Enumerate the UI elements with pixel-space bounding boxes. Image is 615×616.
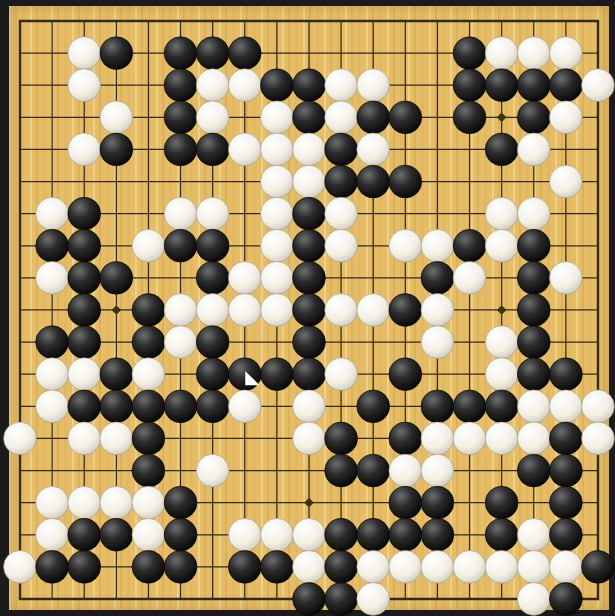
stone-white — [325, 101, 358, 134]
stone-black — [325, 550, 358, 583]
stone-black — [164, 101, 197, 134]
stone-white — [485, 358, 518, 391]
star-point — [497, 305, 507, 315]
stone-white — [36, 518, 69, 551]
stone-white — [485, 197, 518, 230]
stone-black — [164, 486, 197, 519]
stone-black — [389, 518, 422, 551]
stone-white — [260, 101, 293, 134]
stone-black — [260, 69, 293, 102]
stones — [4, 37, 615, 616]
stone-black — [389, 101, 422, 134]
stone-white — [4, 422, 37, 455]
stone-white — [100, 101, 133, 134]
star-point — [304, 498, 314, 508]
stone-black — [549, 422, 582, 455]
stone-white — [517, 390, 550, 423]
stone-white — [100, 486, 133, 519]
stone-black — [389, 486, 422, 519]
stone-black — [100, 518, 133, 551]
stone-white — [517, 422, 550, 455]
stone-black — [421, 518, 454, 551]
stone-black — [517, 261, 550, 294]
stone-black — [485, 133, 518, 166]
stone-white — [260, 294, 293, 327]
stone-black — [196, 358, 229, 391]
stone-black — [549, 518, 582, 551]
stone-black — [485, 390, 518, 423]
stone-black — [389, 422, 422, 455]
stone-black — [293, 326, 326, 359]
stone-white — [260, 165, 293, 198]
stone-black — [100, 37, 133, 70]
stone-white — [4, 550, 37, 583]
stone-white — [36, 390, 69, 423]
stone-black — [549, 358, 582, 391]
stone-black — [549, 69, 582, 102]
stone-black — [517, 454, 550, 487]
stone-black — [453, 69, 486, 102]
stone-black — [357, 518, 390, 551]
stone-black — [357, 165, 390, 198]
stone-black — [453, 390, 486, 423]
stone-white — [36, 261, 69, 294]
stone-white — [421, 454, 454, 487]
stone-black — [293, 583, 326, 616]
stone-black — [549, 486, 582, 519]
stone-black — [325, 518, 358, 551]
stone-white — [68, 37, 101, 70]
stone-black — [100, 261, 133, 294]
stone-black — [228, 550, 261, 583]
stone-black — [389, 358, 422, 391]
stone-black — [421, 486, 454, 519]
stone-white — [357, 133, 390, 166]
stone-black — [68, 261, 101, 294]
stone-white — [228, 390, 261, 423]
stone-white — [68, 486, 101, 519]
stone-white — [582, 390, 615, 423]
stone-black — [357, 454, 390, 487]
stone-white — [260, 518, 293, 551]
stone-white — [293, 518, 326, 551]
stone-black — [196, 37, 229, 70]
stone-white — [421, 422, 454, 455]
stone-black — [325, 422, 358, 455]
stone-black — [517, 294, 550, 327]
stone-white — [549, 37, 582, 70]
stone-black — [293, 358, 326, 391]
stone-white — [485, 550, 518, 583]
stone-white — [549, 261, 582, 294]
stone-white — [517, 37, 550, 70]
stone-black — [582, 550, 615, 583]
stone-white — [228, 294, 261, 327]
stone-white — [485, 37, 518, 70]
stone-white — [389, 454, 422, 487]
stone-white — [293, 390, 326, 423]
stone-white — [549, 390, 582, 423]
stone-black — [389, 165, 422, 198]
stone-black — [68, 326, 101, 359]
stone-black — [196, 133, 229, 166]
stone-black — [517, 358, 550, 391]
stone-white — [357, 69, 390, 102]
stone-black — [36, 326, 69, 359]
stone-white — [357, 583, 390, 616]
stone-white — [196, 197, 229, 230]
stone-black — [549, 583, 582, 616]
stone-black — [196, 390, 229, 423]
stone-white — [36, 486, 69, 519]
stone-black — [164, 518, 197, 551]
stone-black — [421, 261, 454, 294]
stone-black — [293, 69, 326, 102]
stone-black — [68, 294, 101, 327]
stone-white — [357, 550, 390, 583]
stone-white — [325, 229, 358, 262]
stone-white — [421, 229, 454, 262]
stone-white — [100, 422, 133, 455]
stone-white — [228, 69, 261, 102]
stone-white — [228, 261, 261, 294]
stone-black — [164, 550, 197, 583]
stone-black — [164, 390, 197, 423]
stone-white — [196, 454, 229, 487]
stone-white — [485, 422, 518, 455]
stone-black — [132, 326, 165, 359]
stone-black — [164, 133, 197, 166]
stone-black — [68, 390, 101, 423]
stone-white — [68, 422, 101, 455]
stone-black — [357, 390, 390, 423]
stone-black — [517, 69, 550, 102]
stone-white — [389, 229, 422, 262]
stone-white — [36, 197, 69, 230]
stone-white — [228, 133, 261, 166]
stone-white — [68, 69, 101, 102]
stone-black — [453, 229, 486, 262]
stone-white — [196, 101, 229, 134]
stone-white — [582, 422, 615, 455]
stone-black — [36, 550, 69, 583]
stone-black — [325, 133, 358, 166]
stone-white — [196, 69, 229, 102]
stone-white — [260, 229, 293, 262]
stone-white — [517, 133, 550, 166]
stone-white — [517, 583, 550, 616]
stone-white — [453, 261, 486, 294]
stone-white — [260, 197, 293, 230]
stone-black — [549, 454, 582, 487]
stone-white — [132, 518, 165, 551]
stone-black — [293, 101, 326, 134]
stone-black — [325, 165, 358, 198]
stone-black — [357, 101, 390, 134]
stone-black — [517, 326, 550, 359]
stone-black — [421, 390, 454, 423]
stone-black — [293, 229, 326, 262]
stone-black — [68, 550, 101, 583]
stone-black — [100, 390, 133, 423]
stone-black — [485, 518, 518, 551]
stone-black — [100, 133, 133, 166]
stone-black — [260, 550, 293, 583]
stone-black — [293, 197, 326, 230]
stone-white — [517, 518, 550, 551]
stone-white — [357, 294, 390, 327]
stone-black — [68, 518, 101, 551]
stone-black — [517, 101, 550, 134]
stone-white — [421, 326, 454, 359]
stone-white — [517, 550, 550, 583]
stone-black — [325, 583, 358, 616]
star-point — [497, 113, 507, 123]
stone-white — [164, 294, 197, 327]
stone-white — [325, 197, 358, 230]
stone-black — [196, 326, 229, 359]
go-app-window — [0, 0, 615, 616]
stone-black — [36, 229, 69, 262]
stone-black — [260, 358, 293, 391]
stone-black — [228, 358, 261, 391]
stone-white — [325, 358, 358, 391]
stone-white — [293, 550, 326, 583]
stone-white — [132, 486, 165, 519]
stone-white — [132, 229, 165, 262]
stone-black — [389, 294, 422, 327]
stone-white — [421, 294, 454, 327]
stone-white — [293, 422, 326, 455]
stone-black — [132, 390, 165, 423]
stone-white — [132, 358, 165, 391]
stone-white — [164, 197, 197, 230]
stone-white — [453, 422, 486, 455]
stone-black — [100, 358, 133, 391]
stone-black — [196, 229, 229, 262]
stone-black — [293, 294, 326, 327]
stone-white — [293, 133, 326, 166]
stone-black — [132, 454, 165, 487]
stone-white — [260, 133, 293, 166]
stone-white — [260, 261, 293, 294]
stone-black — [325, 454, 358, 487]
stone-black — [132, 422, 165, 455]
stone-black — [485, 486, 518, 519]
stone-white — [389, 550, 422, 583]
stone-black — [132, 550, 165, 583]
stone-white — [485, 326, 518, 359]
stone-white — [582, 69, 615, 102]
stone-white — [325, 294, 358, 327]
stone-white — [549, 550, 582, 583]
stone-white — [164, 326, 197, 359]
stone-black — [164, 229, 197, 262]
stone-white — [325, 69, 358, 102]
stone-white — [549, 101, 582, 134]
stone-black — [293, 261, 326, 294]
stone-white — [421, 550, 454, 583]
stone-black — [517, 229, 550, 262]
stone-black — [485, 69, 518, 102]
stone-black — [196, 261, 229, 294]
star-point — [112, 305, 122, 315]
stone-white — [36, 358, 69, 391]
stone-black — [228, 37, 261, 70]
stone-white — [293, 165, 326, 198]
stone-black — [453, 101, 486, 134]
stone-black — [68, 229, 101, 262]
stone-white — [228, 518, 261, 551]
stone-white — [68, 358, 101, 391]
stone-white — [68, 133, 101, 166]
stone-black — [164, 69, 197, 102]
stone-white — [196, 294, 229, 327]
stone-white — [549, 165, 582, 198]
stone-black — [453, 37, 486, 70]
stone-white — [485, 229, 518, 262]
stone-white — [517, 197, 550, 230]
stone-black — [164, 37, 197, 70]
stone-black — [68, 197, 101, 230]
stone-black — [132, 294, 165, 327]
stone-white — [453, 550, 486, 583]
go-board[interactable] — [0, 0, 615, 616]
